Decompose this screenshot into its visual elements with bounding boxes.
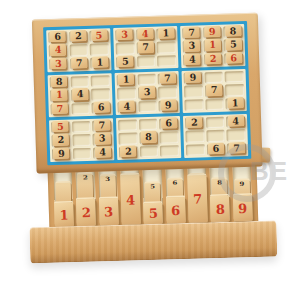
tile-edge-digit: 5 (145, 183, 160, 189)
tile-edge-digit: 9 (234, 181, 249, 187)
sudoku-region-4: 81476 (48, 73, 113, 117)
sudoku-board: 6254371341757983154268147617349971572394… (32, 13, 263, 174)
board-cell-r7c2[interactable] (72, 121, 91, 133)
board-tile-4[interactable]: 4 (184, 53, 200, 65)
board-cell-r5c4[interactable] (117, 88, 136, 100)
board-cell-r6c2[interactable] (71, 103, 90, 115)
board-cell-r6c9[interactable]: 1 (226, 98, 245, 110)
board-tile-1[interactable]: 1 (118, 73, 134, 85)
board-cell-r3c9[interactable]: 6 (224, 53, 243, 65)
board-cell-r6c1[interactable]: 7 (50, 103, 69, 115)
board-cell-r4c9[interactable] (225, 71, 244, 83)
board-cell-r8c9[interactable] (227, 129, 246, 141)
board-tile-4[interactable]: 4 (137, 28, 153, 40)
board-cell-r3c6[interactable] (157, 55, 176, 67)
board-tile-2[interactable]: 2 (205, 52, 221, 64)
board-cell-r7c1[interactable]: 5 (51, 122, 70, 134)
board-cell-r8c6[interactable] (160, 131, 179, 143)
tile-edge-digit: 8 (212, 179, 227, 185)
board-tile-7[interactable]: 7 (94, 119, 110, 131)
board-tile-2[interactable]: 2 (70, 30, 86, 42)
board-cell-r7c4[interactable] (118, 119, 137, 131)
board-cell-r3c7[interactable]: 4 (183, 54, 202, 66)
drawer-tile-1[interactable]: 1 (54, 202, 74, 227)
board-cell-r8c3[interactable]: 3 (93, 134, 112, 146)
drawer-tile-6[interactable]: 6 (166, 197, 186, 224)
board-cell-r5c9[interactable] (225, 84, 244, 96)
board-cell-r3c1[interactable]: 3 (49, 58, 68, 70)
board-tile-7[interactable]: 7 (159, 72, 175, 84)
sudoku-region-7: 572394 (49, 118, 114, 162)
tile-edge-digit: 6 (167, 180, 182, 186)
board-cell-r6c4[interactable]: 4 (117, 101, 136, 113)
board-cell-r7c8[interactable] (206, 117, 225, 129)
board-cell-r9c7[interactable] (186, 144, 205, 156)
board-cell-r6c3[interactable]: 6 (92, 102, 111, 114)
board-cell-r7c9[interactable]: 4 (226, 116, 245, 128)
drawer-tile-7[interactable]: 7 (187, 175, 207, 223)
board-tile-8[interactable]: 8 (225, 25, 241, 37)
sudoku-region-1: 6254371 (46, 28, 111, 72)
board-cell-r8c5[interactable]: 8 (139, 132, 158, 144)
sudoku-grid: 6254371341757983154268147617349971572394… (46, 24, 248, 162)
board-cell-r2c6[interactable] (157, 41, 176, 53)
board-tile-4[interactable]: 4 (228, 115, 244, 127)
board-cell-r4c8[interactable] (204, 72, 223, 84)
drawer-tile-2[interactable]: 2 (76, 199, 96, 227)
board-tile-8[interactable]: 8 (51, 75, 67, 87)
board-cell-r8c4[interactable] (118, 133, 137, 145)
board-cell-r9c5[interactable] (140, 145, 159, 157)
sudoku-box-unit: 1223344556678899 62543713417579831542681… (0, 0, 300, 300)
board-cell-r9c8[interactable]: 6 (206, 143, 225, 155)
board-cell-r3c5[interactable] (137, 55, 156, 67)
board-cell-r4c3[interactable] (91, 75, 110, 87)
board-tile-2[interactable]: 2 (53, 134, 69, 146)
board-tile-6[interactable]: 6 (161, 117, 177, 129)
board-tile-3[interactable]: 3 (184, 40, 200, 52)
board-cell-r8c1[interactable]: 2 (51, 135, 70, 147)
board-cell-r1c2[interactable]: 2 (69, 31, 88, 43)
board-cell-r2c3[interactable] (90, 44, 109, 56)
board-cell-r1c7[interactable]: 7 (182, 27, 201, 39)
board-tile-4[interactable]: 4 (119, 100, 135, 112)
drawer-tile-4[interactable]: 4 (120, 174, 141, 225)
board-tile-2[interactable]: 2 (120, 145, 136, 157)
sudoku-region-6: 971 (182, 69, 247, 113)
board-cell-r4c7[interactable]: 9 (184, 72, 203, 84)
board-cell-r2c8[interactable]: 1 (203, 40, 222, 52)
board-cell-r2c5[interactable]: 7 (136, 42, 155, 54)
board-tile-7[interactable]: 7 (183, 26, 199, 38)
board-cell-r9c2[interactable] (73, 148, 92, 160)
board-tile-1[interactable]: 1 (227, 97, 243, 109)
board-cell-r3c2[interactable]: 7 (70, 58, 89, 70)
board-cell-r9c6[interactable] (160, 145, 179, 157)
board-cell-r6c8[interactable] (205, 98, 224, 110)
drawer-tile-5[interactable]: 5 (144, 203, 164, 225)
board-cell-r6c7[interactable] (184, 99, 203, 111)
board-tile-3[interactable]: 3 (117, 28, 133, 40)
board-tile-1[interactable]: 1 (205, 39, 221, 51)
sudoku-region-3: 798315426 (180, 24, 245, 68)
board-tile-6[interactable]: 6 (208, 142, 224, 154)
board-tile-6[interactable]: 6 (93, 101, 109, 113)
board-tile-4[interactable]: 4 (72, 88, 88, 100)
tile-edge-digit: 2 (78, 175, 93, 181)
board-cell-r9c9[interactable]: 7 (227, 143, 246, 155)
board-cell-r7c5[interactable] (139, 119, 158, 131)
product-photo: 1223344556678899 62543713417579831542681… (0, 0, 300, 300)
board-cell-r4c1[interactable]: 8 (50, 77, 69, 89)
board-cell-r1c9[interactable]: 8 (223, 26, 242, 38)
board-cell-r9c3[interactable]: 4 (93, 147, 112, 159)
board-cell-r1c1[interactable]: 6 (48, 32, 67, 44)
board-cell-r2c7[interactable]: 3 (183, 41, 202, 53)
board-tile-1[interactable]: 1 (51, 89, 67, 101)
board-tile-7[interactable]: 7 (71, 56, 87, 68)
board-cell-r7c3[interactable]: 7 (92, 120, 111, 132)
board-cell-r4c4[interactable]: 1 (117, 74, 136, 86)
board-cell-r3c3[interactable]: 1 (90, 57, 109, 69)
board-tile-7[interactable]: 7 (228, 142, 244, 154)
sudoku-region-2: 34175 (113, 26, 178, 70)
board-tile-5[interactable]: 5 (91, 29, 107, 41)
board-cell-r1c4[interactable]: 3 (115, 29, 134, 41)
board-cell-r8c8[interactable] (206, 130, 225, 142)
board-tile-1[interactable]: 1 (158, 27, 174, 39)
board-cell-r2c4[interactable] (116, 43, 135, 55)
board-tile-3[interactable]: 3 (50, 57, 66, 69)
board-tile-2[interactable]: 2 (186, 116, 202, 128)
board-tile-7[interactable]: 7 (206, 84, 222, 96)
drawer-front-handle[interactable] (29, 220, 277, 263)
board-tile-5[interactable]: 5 (52, 120, 68, 132)
board-cell-r7c7[interactable]: 2 (185, 117, 204, 129)
board-tile-5[interactable]: 5 (225, 38, 241, 50)
sudoku-region-8: 682 (116, 116, 181, 160)
board-cell-r1c5[interactable]: 4 (136, 29, 155, 41)
board-cell-r5c3[interactable] (91, 89, 110, 101)
board-cell-r5c1[interactable]: 1 (50, 90, 69, 102)
drawer-tile-3[interactable]: 3 (99, 198, 119, 226)
board-cell-r7c6[interactable]: 6 (159, 118, 178, 130)
sudoku-region-5: 17349 (115, 71, 180, 115)
board-tile-4[interactable]: 4 (95, 146, 111, 158)
grid-border: 6254371341757983154268147617349971572394… (43, 21, 251, 165)
board-cell-r3c4[interactable]: 5 (116, 56, 135, 68)
board-cell-r9c4[interactable]: 2 (119, 146, 138, 158)
board-tile-8[interactable]: 8 (140, 131, 156, 143)
board-tile-9[interactable]: 9 (204, 26, 220, 38)
board-tile-1[interactable]: 1 (92, 56, 108, 68)
board-tile-5[interactable]: 5 (117, 55, 133, 67)
drawer-tile-8[interactable]: 8 (210, 196, 230, 223)
board-cell-r2c9[interactable]: 5 (224, 39, 243, 51)
board-cell-r8c2[interactable] (72, 134, 91, 146)
board-cell-r5c2[interactable]: 4 (71, 89, 90, 101)
board-tile-9[interactable]: 9 (185, 71, 201, 83)
board-cell-r5c5[interactable]: 3 (138, 87, 157, 99)
board-tile-7[interactable]: 7 (138, 41, 154, 53)
board-cell-r6c5[interactable] (138, 100, 157, 112)
board-cell-r1c6[interactable]: 1 (157, 28, 176, 40)
board-cell-r1c3[interactable]: 5 (90, 30, 109, 42)
board-cell-r4c5[interactable] (137, 74, 156, 86)
board-cell-r4c2[interactable] (70, 76, 89, 88)
board-cell-r5c7[interactable] (184, 86, 203, 98)
board-cell-r1c8[interactable]: 9 (203, 27, 222, 39)
board-tile-9[interactable]: 9 (53, 147, 69, 159)
board-cell-r3c8[interactable]: 2 (204, 53, 223, 65)
sudoku-region-9: 2467 (183, 114, 248, 158)
board-cell-r2c2[interactable] (69, 44, 88, 56)
tile-edge-digit: 3 (100, 176, 115, 182)
board-cell-r4c6[interactable]: 7 (158, 73, 177, 85)
board-tile-7[interactable]: 7 (52, 102, 68, 114)
board-tile-6[interactable]: 6 (226, 52, 242, 64)
board-cell-r2c1[interactable]: 4 (49, 45, 68, 57)
board-tile-9[interactable]: 9 (160, 99, 176, 111)
board-cell-r5c6[interactable] (158, 86, 177, 98)
board-cell-r9c1[interactable]: 9 (52, 148, 71, 160)
drawer-tile-9[interactable]: 9 (233, 195, 253, 222)
board-tile-3[interactable]: 3 (139, 86, 155, 98)
board-cell-r6c6[interactable]: 9 (159, 100, 178, 112)
board-tile-6[interactable]: 6 (50, 31, 66, 43)
board-cell-r8c7[interactable] (185, 131, 204, 143)
board-cell-r5c8[interactable]: 7 (205, 85, 224, 97)
board-tile-3[interactable]: 3 (94, 132, 110, 144)
board-tile-4[interactable]: 4 (50, 44, 66, 56)
